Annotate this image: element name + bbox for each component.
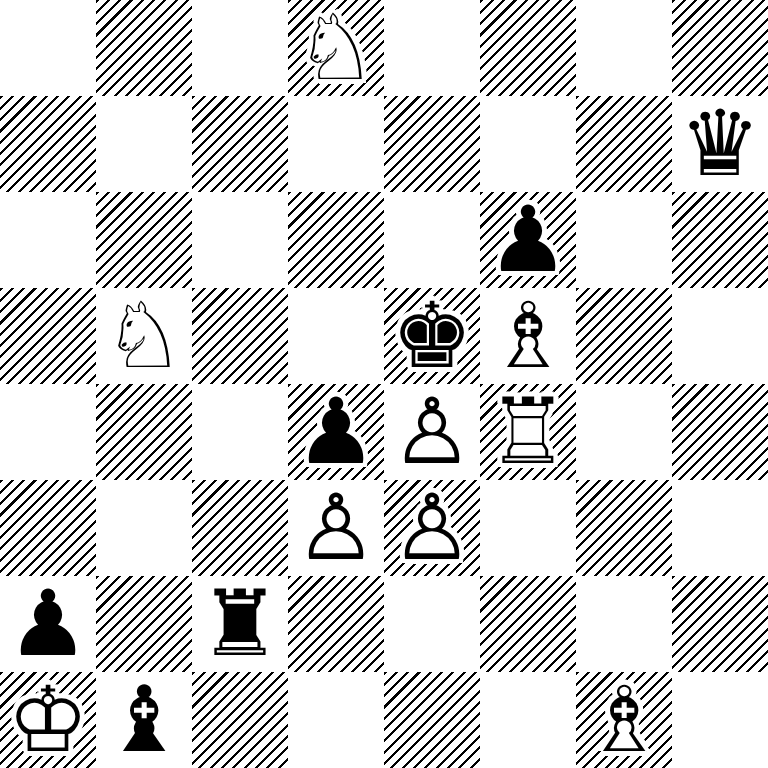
square-a8[interactable] — [0, 0, 96, 96]
piece-white-bishop[interactable]: ♝♗ — [576, 672, 672, 768]
square-a4[interactable] — [0, 384, 96, 480]
square-c7[interactable] — [192, 96, 288, 192]
square-h3[interactable] — [672, 480, 768, 576]
square-c5[interactable] — [192, 288, 288, 384]
piece-white-bishop[interactable]: ♝♗ — [480, 288, 576, 384]
square-a7[interactable] — [0, 96, 96, 192]
square-d6[interactable] — [288, 192, 384, 288]
square-d1[interactable] — [288, 672, 384, 768]
white-bishop-icon: ♗ — [480, 288, 576, 384]
piece-white-knight[interactable]: ♞♘ — [288, 0, 384, 96]
piece-white-pawn[interactable]: ♟♙ — [384, 384, 480, 480]
square-h2[interactable] — [672, 576, 768, 672]
white-pawn-icon: ♙ — [288, 480, 384, 576]
black-bishop-icon: ♝ — [96, 672, 192, 768]
square-b8[interactable] — [96, 0, 192, 96]
piece-black-rook[interactable]: ♜♜ — [192, 576, 288, 672]
square-c8[interactable] — [192, 0, 288, 96]
white-pawn-icon: ♙ — [384, 384, 480, 480]
square-b4[interactable] — [96, 384, 192, 480]
square-e7[interactable] — [384, 96, 480, 192]
square-b2[interactable] — [96, 576, 192, 672]
square-g8[interactable] — [576, 0, 672, 96]
square-f2[interactable] — [480, 576, 576, 672]
black-rook-icon: ♜ — [192, 576, 288, 672]
square-e8[interactable] — [384, 0, 480, 96]
black-queen-icon: ♛ — [672, 96, 768, 192]
chess-board: ♞♘♛♛♟♟♞♘♚♚♝♗♟♟♟♙♜♖♟♙♟♙♟♟♜♜♚♔♝♝♝♗ — [0, 0, 768, 768]
square-g7[interactable] — [576, 96, 672, 192]
black-pawn-icon: ♟ — [0, 576, 96, 672]
piece-black-bishop[interactable]: ♝♝ — [96, 672, 192, 768]
piece-white-pawn[interactable]: ♟♙ — [384, 480, 480, 576]
square-f1[interactable] — [480, 672, 576, 768]
square-g1[interactable]: ♝♗ — [576, 672, 672, 768]
square-e4[interactable]: ♟♙ — [384, 384, 480, 480]
square-b5[interactable]: ♞♘ — [96, 288, 192, 384]
square-d5[interactable] — [288, 288, 384, 384]
square-e5[interactable]: ♚♚ — [384, 288, 480, 384]
square-g6[interactable] — [576, 192, 672, 288]
square-e3[interactable]: ♟♙ — [384, 480, 480, 576]
square-a1[interactable]: ♚♔ — [0, 672, 96, 768]
square-a2[interactable]: ♟♟ — [0, 576, 96, 672]
piece-black-pawn[interactable]: ♟♟ — [0, 576, 96, 672]
square-d4[interactable]: ♟♟ — [288, 384, 384, 480]
square-h8[interactable] — [672, 0, 768, 96]
square-a6[interactable] — [0, 192, 96, 288]
piece-black-king[interactable]: ♚♚ — [384, 288, 480, 384]
black-king-icon: ♚ — [384, 288, 480, 384]
square-c6[interactable] — [192, 192, 288, 288]
square-f3[interactable] — [480, 480, 576, 576]
square-h7[interactable]: ♛♛ — [672, 96, 768, 192]
square-h6[interactable] — [672, 192, 768, 288]
piece-black-queen[interactable]: ♛♛ — [672, 96, 768, 192]
square-h1[interactable] — [672, 672, 768, 768]
square-h5[interactable] — [672, 288, 768, 384]
square-f4[interactable]: ♜♖ — [480, 384, 576, 480]
black-pawn-icon: ♟ — [480, 192, 576, 288]
square-f5[interactable]: ♝♗ — [480, 288, 576, 384]
white-knight-icon: ♘ — [288, 0, 384, 96]
piece-black-pawn[interactable]: ♟♟ — [480, 192, 576, 288]
piece-white-pawn[interactable]: ♟♙ — [288, 480, 384, 576]
white-king-icon: ♔ — [0, 672, 96, 768]
square-d2[interactable] — [288, 576, 384, 672]
square-c3[interactable] — [192, 480, 288, 576]
square-d7[interactable] — [288, 96, 384, 192]
square-g2[interactable] — [576, 576, 672, 672]
square-e1[interactable] — [384, 672, 480, 768]
black-pawn-icon: ♟ — [288, 384, 384, 480]
piece-white-rook[interactable]: ♜♖ — [480, 384, 576, 480]
square-a5[interactable] — [0, 288, 96, 384]
square-d3[interactable]: ♟♙ — [288, 480, 384, 576]
square-c4[interactable] — [192, 384, 288, 480]
piece-white-king[interactable]: ♚♔ — [0, 672, 96, 768]
white-pawn-icon: ♙ — [384, 480, 480, 576]
square-a3[interactable] — [0, 480, 96, 576]
square-g3[interactable] — [576, 480, 672, 576]
square-e2[interactable] — [384, 576, 480, 672]
square-c2[interactable]: ♜♜ — [192, 576, 288, 672]
square-e6[interactable] — [384, 192, 480, 288]
piece-black-pawn[interactable]: ♟♟ — [288, 384, 384, 480]
square-f8[interactable] — [480, 0, 576, 96]
white-bishop-icon: ♗ — [576, 672, 672, 768]
square-g5[interactable] — [576, 288, 672, 384]
square-c1[interactable] — [192, 672, 288, 768]
square-b6[interactable] — [96, 192, 192, 288]
piece-white-knight[interactable]: ♞♘ — [96, 288, 192, 384]
square-f7[interactable] — [480, 96, 576, 192]
square-d8[interactable]: ♞♘ — [288, 0, 384, 96]
square-g4[interactable] — [576, 384, 672, 480]
white-knight-icon: ♘ — [96, 288, 192, 384]
square-b3[interactable] — [96, 480, 192, 576]
square-h4[interactable] — [672, 384, 768, 480]
square-f6[interactable]: ♟♟ — [480, 192, 576, 288]
white-rook-icon: ♖ — [480, 384, 576, 480]
square-b7[interactable] — [96, 96, 192, 192]
square-b1[interactable]: ♝♝ — [96, 672, 192, 768]
